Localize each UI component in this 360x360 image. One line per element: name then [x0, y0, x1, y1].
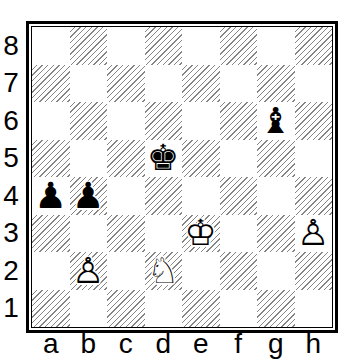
square-c7[interactable]: [107, 65, 145, 103]
square-a1[interactable]: [32, 290, 70, 328]
chess-board: ♝♝♚♚♟♟♟♟♚♔♟♙♟♙♞♘: [31, 26, 333, 328]
square-e8[interactable]: [182, 27, 220, 65]
square-d3[interactable]: [145, 215, 183, 253]
square-c1[interactable]: [107, 290, 145, 328]
square-h1[interactable]: [295, 290, 333, 328]
square-f3[interactable]: [220, 215, 258, 253]
chess-board-frame: ♝♝♚♚♟♟♟♟♚♔♟♙♟♙♞♘: [26, 21, 338, 333]
square-b4[interactable]: ♟♟: [70, 177, 108, 215]
file-label-d: d: [145, 329, 183, 359]
square-d1[interactable]: [145, 290, 183, 328]
square-h7[interactable]: [295, 65, 333, 103]
square-e7[interactable]: [182, 65, 220, 103]
square-b1[interactable]: [70, 290, 108, 328]
square-g1[interactable]: [257, 290, 295, 328]
square-a5[interactable]: [32, 140, 70, 178]
rank-label-4: 4: [0, 177, 22, 215]
piece-white-king-e3[interactable]: ♔: [185, 215, 217, 251]
square-e1[interactable]: [182, 290, 220, 328]
square-g4[interactable]: [257, 177, 295, 215]
square-c8[interactable]: [107, 27, 145, 65]
square-g2[interactable]: [257, 252, 295, 290]
square-a4[interactable]: ♟♟: [32, 177, 70, 215]
square-h3[interactable]: ♟♙: [295, 215, 333, 253]
rank-labels: 87654321: [0, 27, 22, 327]
square-a8[interactable]: [32, 27, 70, 65]
square-c3[interactable]: [107, 215, 145, 253]
file-label-f: f: [220, 329, 258, 359]
square-c2[interactable]: [107, 252, 145, 290]
piece-black-pawn-b4[interactable]: ♟: [72, 178, 104, 214]
file-label-e: e: [182, 329, 220, 359]
piece-black-bishop-g6[interactable]: ♝: [260, 103, 292, 139]
square-g8[interactable]: [257, 27, 295, 65]
square-b5[interactable]: [70, 140, 108, 178]
square-h8[interactable]: [295, 27, 333, 65]
square-d4[interactable]: [145, 177, 183, 215]
square-f2[interactable]: [220, 252, 258, 290]
square-e5[interactable]: [182, 140, 220, 178]
square-b3[interactable]: [70, 215, 108, 253]
rank-label-7: 7: [0, 65, 22, 103]
square-h2[interactable]: [295, 252, 333, 290]
square-g5[interactable]: [257, 140, 295, 178]
rank-label-8: 8: [0, 27, 22, 65]
file-label-a: a: [32, 329, 70, 359]
square-d2[interactable]: ♞♘: [145, 252, 183, 290]
square-d6[interactable]: [145, 102, 183, 140]
file-labels: abcdefgh: [32, 329, 332, 359]
piece-black-king-d5[interactable]: ♚: [147, 140, 179, 176]
square-e4[interactable]: [182, 177, 220, 215]
square-b6[interactable]: [70, 102, 108, 140]
square-e6[interactable]: [182, 102, 220, 140]
piece-black-pawn-a4[interactable]: ♟: [35, 178, 67, 214]
square-f4[interactable]: [220, 177, 258, 215]
square-a2[interactable]: [32, 252, 70, 290]
square-a3[interactable]: [32, 215, 70, 253]
piece-white-knight-d2[interactable]: ♘: [147, 253, 179, 289]
chess-diagram: 87654321 ♝♝♚♚♟♟♟♟♚♔♟♙♟♙♞♘ abcdefgh: [0, 0, 360, 360]
rank-label-1: 1: [0, 290, 22, 328]
square-g6[interactable]: ♝♝: [257, 102, 295, 140]
file-label-h: h: [295, 329, 333, 359]
square-b7[interactable]: [70, 65, 108, 103]
square-b8[interactable]: [70, 27, 108, 65]
square-f7[interactable]: [220, 65, 258, 103]
square-c5[interactable]: [107, 140, 145, 178]
square-b2[interactable]: ♟♙: [70, 252, 108, 290]
square-h5[interactable]: [295, 140, 333, 178]
square-f1[interactable]: [220, 290, 258, 328]
square-e2[interactable]: [182, 252, 220, 290]
square-c4[interactable]: [107, 177, 145, 215]
piece-white-pawn-h3[interactable]: ♙: [297, 215, 329, 251]
square-g3[interactable]: [257, 215, 295, 253]
square-d5[interactable]: ♚♚: [145, 140, 183, 178]
square-h4[interactable]: [295, 177, 333, 215]
square-a6[interactable]: [32, 102, 70, 140]
file-label-c: c: [107, 329, 145, 359]
board-grid: ♝♝♚♚♟♟♟♟♚♔♟♙♟♙♞♘: [32, 27, 332, 327]
file-label-b: b: [70, 329, 108, 359]
rank-label-6: 6: [0, 102, 22, 140]
rank-label-3: 3: [0, 215, 22, 253]
rank-label-2: 2: [0, 252, 22, 290]
square-f6[interactable]: [220, 102, 258, 140]
square-e3[interactable]: ♚♔: [182, 215, 220, 253]
square-h6[interactable]: [295, 102, 333, 140]
square-f8[interactable]: [220, 27, 258, 65]
square-c6[interactable]: [107, 102, 145, 140]
square-g7[interactable]: [257, 65, 295, 103]
square-a7[interactable]: [32, 65, 70, 103]
file-label-g: g: [257, 329, 295, 359]
square-f5[interactable]: [220, 140, 258, 178]
square-d7[interactable]: [145, 65, 183, 103]
rank-label-5: 5: [0, 140, 22, 178]
piece-white-pawn-b2[interactable]: ♙: [72, 253, 104, 289]
square-d8[interactable]: [145, 27, 183, 65]
